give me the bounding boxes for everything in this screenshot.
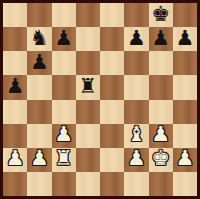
white-rook: ♜ [54, 148, 73, 169]
square-d8[interactable] [76, 3, 100, 27]
square-d1[interactable] [76, 172, 100, 196]
square-e1[interactable] [100, 172, 124, 196]
square-h1[interactable] [173, 172, 197, 196]
square-h6[interactable] [173, 51, 197, 75]
black-pawn: ♟ [175, 28, 194, 49]
square-a8[interactable] [3, 3, 27, 27]
black-pawn: ♟ [151, 28, 170, 49]
black-pawn: ♟ [30, 52, 49, 73]
square-d5[interactable]: ♜ [76, 75, 100, 99]
white-pawn: ♟ [54, 124, 73, 145]
square-a1[interactable] [3, 172, 27, 196]
white-bishop: ♝ [127, 124, 146, 145]
square-b1[interactable] [27, 172, 51, 196]
white-pawn: ♟ [127, 148, 146, 169]
black-rook: ♜ [78, 76, 97, 97]
square-c5[interactable] [52, 75, 76, 99]
square-g7[interactable]: ♟ [149, 27, 173, 51]
square-c4[interactable] [52, 100, 76, 124]
square-b2[interactable]: ♟ [27, 148, 51, 172]
square-e8[interactable] [100, 3, 124, 27]
white-pawn: ♟ [6, 148, 25, 169]
square-d3[interactable] [76, 124, 100, 148]
black-pawn: ♟ [127, 28, 146, 49]
square-g3[interactable]: ♟ [149, 124, 173, 148]
square-h3[interactable] [173, 124, 197, 148]
square-d7[interactable] [76, 27, 100, 51]
square-c3[interactable]: ♟ [52, 124, 76, 148]
square-c8[interactable] [52, 3, 76, 27]
board-grid: ♚♞♟♟♟♟♟♟♜♟♝♟♟♟♜♟♚♟ [3, 3, 197, 196]
square-g5[interactable] [149, 75, 173, 99]
square-h4[interactable] [173, 100, 197, 124]
square-a6[interactable] [3, 51, 27, 75]
square-b4[interactable] [27, 100, 51, 124]
square-b7[interactable]: ♞ [27, 27, 51, 51]
square-e6[interactable] [100, 51, 124, 75]
square-f2[interactable]: ♟ [124, 148, 148, 172]
square-c1[interactable] [52, 172, 76, 196]
white-pawn: ♟ [175, 148, 194, 169]
square-f5[interactable] [124, 75, 148, 99]
square-e5[interactable] [100, 75, 124, 99]
square-a3[interactable] [3, 124, 27, 148]
square-f7[interactable]: ♟ [124, 27, 148, 51]
square-b6[interactable]: ♟ [27, 51, 51, 75]
black-knight: ♞ [30, 28, 49, 49]
square-a5[interactable]: ♟ [3, 75, 27, 99]
square-g1[interactable] [149, 172, 173, 196]
square-g4[interactable] [149, 100, 173, 124]
square-e7[interactable] [100, 27, 124, 51]
white-pawn: ♟ [151, 124, 170, 145]
square-c6[interactable] [52, 51, 76, 75]
square-b5[interactable] [27, 75, 51, 99]
square-f4[interactable] [124, 100, 148, 124]
square-a2[interactable]: ♟ [3, 148, 27, 172]
square-b8[interactable] [27, 3, 51, 27]
square-a4[interactable] [3, 100, 27, 124]
square-g2[interactable]: ♚ [149, 148, 173, 172]
square-d2[interactable] [76, 148, 100, 172]
square-c7[interactable]: ♟ [52, 27, 76, 51]
square-f6[interactable] [124, 51, 148, 75]
square-f1[interactable] [124, 172, 148, 196]
square-h7[interactable]: ♟ [173, 27, 197, 51]
square-e4[interactable] [100, 100, 124, 124]
square-d4[interactable] [76, 100, 100, 124]
white-pawn: ♟ [30, 148, 49, 169]
square-b3[interactable] [27, 124, 51, 148]
square-g8[interactable]: ♚ [149, 3, 173, 27]
black-pawn: ♟ [6, 76, 25, 97]
square-c2[interactable]: ♜ [52, 148, 76, 172]
square-f3[interactable]: ♝ [124, 124, 148, 148]
square-h5[interactable] [173, 75, 197, 99]
square-h2[interactable]: ♟ [173, 148, 197, 172]
square-a7[interactable] [3, 27, 27, 51]
square-e3[interactable] [100, 124, 124, 148]
square-h8[interactable] [173, 3, 197, 27]
white-king: ♚ [151, 148, 170, 169]
square-d6[interactable] [76, 51, 100, 75]
square-e2[interactable] [100, 148, 124, 172]
black-king: ♚ [151, 4, 170, 25]
square-g6[interactable] [149, 51, 173, 75]
black-pawn: ♟ [54, 28, 73, 49]
square-f8[interactable] [124, 3, 148, 27]
chessboard: ♚♞♟♟♟♟♟♟♜♟♝♟♟♟♜♟♚♟ [0, 0, 200, 199]
